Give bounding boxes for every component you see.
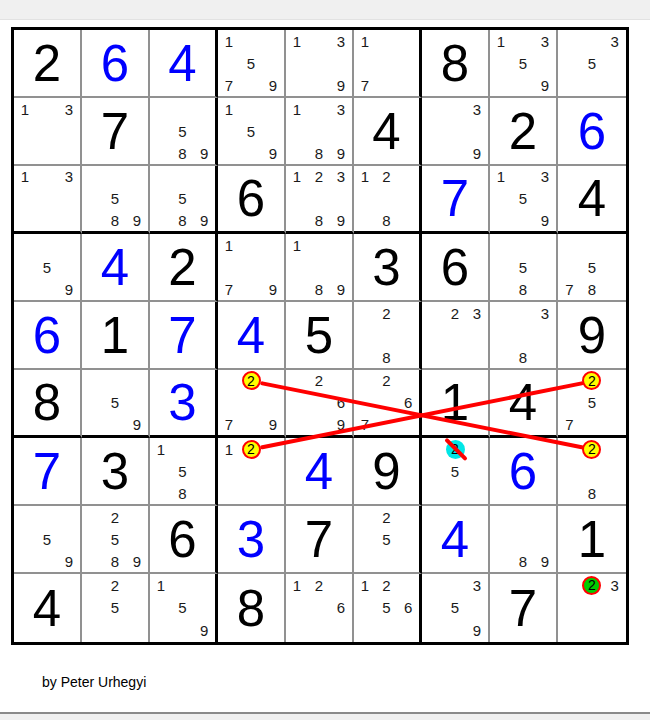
cell-r5c2[interactable]: 1 — [82, 302, 150, 370]
candidate-empty — [36, 120, 58, 142]
candidate-empty — [308, 98, 330, 120]
candidate-5: 5 — [172, 460, 194, 482]
candidate-empty — [330, 370, 352, 392]
candidate-empty — [330, 256, 352, 278]
solved-digit: 6 — [14, 302, 80, 368]
candidate-empty — [603, 370, 626, 392]
candidate-empty — [422, 142, 444, 164]
candidate-empty — [240, 30, 262, 52]
candidate-1: 1 — [218, 234, 240, 256]
candidate-2: 2 — [444, 302, 466, 324]
cell-r4c6[interactable]: 3 — [354, 234, 422, 302]
pencil-marks: 179 — [218, 234, 284, 300]
candidate-empty — [262, 234, 284, 256]
solved-digit: 7 — [422, 166, 488, 231]
pencil-marks: 589 — [82, 166, 148, 231]
candidate-empty — [603, 392, 626, 414]
candidate-empty — [330, 574, 352, 597]
candidate-empty — [512, 74, 534, 96]
candidate-8: 8 — [172, 482, 194, 504]
candidate-empty — [330, 234, 352, 256]
candidate-empty — [422, 346, 444, 368]
cell-r8c2[interactable]: 2589 — [82, 506, 150, 574]
candidate-empty — [581, 597, 604, 620]
cell-r7c6[interactable]: 9 — [354, 438, 422, 506]
candidate-1: 1 — [286, 98, 308, 120]
candidate-2: 2 — [308, 166, 330, 188]
cell-r3c7[interactable]: 7 — [422, 166, 490, 234]
candidate-empty — [240, 142, 262, 164]
candidate-empty — [558, 574, 581, 597]
candidate-empty — [36, 142, 58, 164]
candidate-empty — [512, 506, 534, 528]
candidate-empty — [581, 619, 604, 642]
candidate-empty — [490, 324, 512, 346]
cell-r3c8[interactable]: 1359 — [490, 166, 558, 234]
pencil-marks: 25 — [422, 438, 488, 504]
candidate-empty — [581, 413, 604, 435]
cell-r5c3[interactable]: 7 — [150, 302, 218, 370]
candidate-empty — [262, 98, 284, 120]
cell-r6c7[interactable]: 1 — [422, 370, 490, 438]
pencil-marks: 158 — [150, 438, 215, 504]
candidate-empty — [240, 74, 262, 96]
cell-r6c9[interactable]: 257 — [558, 370, 626, 438]
cell-r4c1[interactable]: 59 — [14, 234, 82, 302]
cell-r1c4[interactable]: 1579 — [218, 30, 286, 98]
candidate-2: 2 — [104, 506, 126, 528]
candidate-empty — [14, 278, 36, 300]
candidate-empty — [397, 550, 419, 572]
candidate-8: 8 — [512, 346, 534, 368]
candidate-empty — [603, 619, 626, 642]
candidate-5: 5 — [36, 256, 58, 278]
cell-r1c3[interactable]: 4 — [150, 30, 218, 98]
candidate-9: 9 — [330, 142, 352, 164]
cell-r6c6[interactable]: 267 — [354, 370, 422, 438]
candidate-empty — [512, 302, 534, 324]
pencil-marks: 1256 — [354, 574, 419, 642]
candidate-empty — [286, 256, 308, 278]
candidate-5: 5 — [444, 460, 466, 482]
cell-r7c5[interactable]: 4 — [286, 438, 354, 506]
candidate-5: 5 — [376, 597, 398, 620]
candidate-empty — [150, 619, 172, 642]
candidate-9: 9 — [193, 142, 215, 164]
candidate-empty — [490, 74, 512, 96]
cell-r3c4[interactable]: 6 — [218, 166, 286, 234]
cell-r6c8[interactable]: 4 — [490, 370, 558, 438]
cell-r7c9[interactable]: 28 — [558, 438, 626, 506]
cell-r8c6[interactable]: 25 — [354, 506, 422, 574]
cell-r7c8[interactable]: 6 — [490, 438, 558, 506]
candidate-empty — [126, 574, 148, 597]
sudoku-app: 2641579139178135935137589159138943926135… — [0, 0, 650, 720]
candidate-7: 7 — [354, 74, 376, 96]
candidate-empty — [218, 460, 240, 482]
candidate-empty — [262, 120, 284, 142]
cell-r3c9[interactable]: 4 — [558, 166, 626, 234]
cell-r8c3[interactable]: 6 — [150, 506, 218, 574]
pencil-marks: 159 — [150, 574, 215, 642]
candidate-empty — [14, 209, 36, 231]
candidate-empty — [218, 120, 240, 142]
candidate-empty — [308, 619, 330, 642]
given-digit: 7 — [286, 506, 352, 572]
candidate-empty — [422, 482, 444, 504]
candidate-7: 7 — [218, 74, 240, 96]
candidate-empty — [603, 256, 626, 278]
candidate-empty — [558, 52, 581, 74]
candidate-empty — [422, 574, 444, 597]
candidate-empty — [240, 234, 262, 256]
candidate-empty — [512, 234, 534, 256]
candidate-empty — [512, 324, 534, 346]
candidate-empty — [466, 324, 488, 346]
candidate-empty — [58, 120, 80, 142]
candidate-empty — [308, 188, 330, 210]
candidate-empty — [36, 209, 58, 231]
candidate-empty — [104, 370, 126, 392]
candidate-8: 8 — [308, 209, 330, 231]
cell-r9c6[interactable]: 1256 — [354, 574, 422, 642]
candidate-empty — [376, 619, 398, 642]
cell-r6c5[interactable]: 269 — [286, 370, 354, 438]
cell-r4c4[interactable]: 179 — [218, 234, 286, 302]
candidate-empty — [558, 597, 581, 620]
cell-r1c7[interactable]: 8 — [422, 30, 490, 98]
candidate-empty — [218, 256, 240, 278]
cell-r2c6[interactable]: 4 — [354, 98, 422, 166]
cell-r3c1[interactable]: 13 — [14, 166, 82, 234]
candidate-7: 7 — [558, 278, 581, 300]
candidate-1: 1 — [286, 166, 308, 188]
cell-r2c2[interactable]: 7 — [82, 98, 150, 166]
candidate-8: 8 — [172, 142, 194, 164]
given-digit: 1 — [558, 506, 626, 572]
candidate-empty — [286, 278, 308, 300]
candidate-empty — [262, 482, 284, 504]
candidate-empty — [262, 438, 284, 460]
candidate-empty — [193, 120, 215, 142]
candidate-6: 6 — [397, 392, 419, 414]
cell-r9c7[interactable]: 359 — [422, 574, 490, 642]
cell-r9c1[interactable]: 4 — [14, 574, 82, 642]
candidate-empty — [14, 506, 36, 528]
candidate-empty — [330, 188, 352, 210]
candidate-8: 8 — [581, 482, 604, 504]
cell-r1c2[interactable]: 6 — [82, 30, 150, 98]
candidate-empty — [262, 256, 284, 278]
candidate-empty — [308, 120, 330, 142]
cell-r6c3[interactable]: 3 — [150, 370, 218, 438]
cell-r7c2[interactable]: 3 — [82, 438, 150, 506]
candidate-empty — [422, 619, 444, 642]
candidate-empty — [376, 413, 398, 435]
candidate-empty — [82, 370, 104, 392]
pencil-marks: 1389 — [286, 98, 352, 164]
candidate-empty — [376, 30, 398, 52]
cell-r4c5[interactable]: 189 — [286, 234, 354, 302]
pencil-marks: 13 — [14, 166, 80, 231]
candidate-empty — [603, 52, 626, 74]
cell-r1c9[interactable]: 35 — [558, 30, 626, 98]
pencil-marks: 257 — [558, 370, 626, 435]
cell-r4c9[interactable]: 578 — [558, 234, 626, 302]
cell-r1c8[interactable]: 1359 — [490, 30, 558, 98]
candidate-empty — [603, 74, 626, 96]
cell-r6c2[interactable]: 59 — [82, 370, 150, 438]
solved-digit: 4 — [82, 234, 148, 300]
candidate-empty — [397, 506, 419, 528]
candidate-3: 3 — [466, 574, 488, 597]
candidate-empty — [36, 188, 58, 210]
candidate-8: 8 — [376, 209, 398, 231]
given-digit: 7 — [82, 98, 148, 164]
candidate-9: 9 — [193, 209, 215, 231]
candidate-empty — [82, 597, 104, 620]
candidate-empty — [444, 142, 466, 164]
candidate-empty — [58, 256, 80, 278]
candidate-empty — [354, 324, 376, 346]
candidate-5: 5 — [376, 528, 398, 550]
cell-r1c6[interactable]: 17 — [354, 30, 422, 98]
candidate-empty — [512, 528, 534, 550]
candidate-empty — [286, 52, 308, 74]
solved-digit: 6 — [490, 438, 556, 504]
pencil-marks: 1359 — [490, 30, 556, 96]
candidate-5: 5 — [581, 52, 604, 74]
candidate-empty — [490, 188, 512, 210]
pencil-marks: 39 — [422, 98, 488, 164]
candidate-empty — [36, 506, 58, 528]
candidate-5: 5 — [104, 528, 126, 550]
candidate-empty — [126, 188, 148, 210]
cell-r5c4[interactable]: 4 — [218, 302, 286, 370]
candidate-empty — [58, 234, 80, 256]
candidate-5: 5 — [104, 392, 126, 414]
cell-r8c1[interactable]: 59 — [14, 506, 82, 574]
candidate-empty — [558, 619, 581, 642]
candidate-empty — [534, 278, 556, 300]
candidate-empty — [126, 597, 148, 620]
candidate-empty — [397, 619, 419, 642]
candidate-empty — [308, 597, 330, 620]
pencil-marks: 28 — [558, 438, 626, 504]
candidate-9: 9 — [534, 209, 556, 231]
candidate-2: 2 — [376, 166, 398, 188]
cell-r2c5[interactable]: 1389 — [286, 98, 354, 166]
candidate-empty — [286, 619, 308, 642]
cell-r6c4[interactable]: 279 — [218, 370, 286, 438]
pencil-marks: 58 — [490, 234, 556, 300]
candidate-empty — [308, 413, 330, 435]
candidate-3: 3 — [330, 166, 352, 188]
pencil-marks: 59 — [14, 234, 80, 300]
cell-r8c7[interactable]: 4 — [422, 506, 490, 574]
candidate-empty — [490, 550, 512, 572]
cell-r7c1[interactable]: 7 — [14, 438, 82, 506]
pencil-marks: 89 — [490, 506, 556, 572]
candidate-empty — [126, 392, 148, 414]
pencil-marks: 589 — [150, 98, 215, 164]
candidate-empty — [512, 30, 534, 52]
candidate-5: 5 — [512, 188, 534, 210]
cell-r5c7[interactable]: 23 — [422, 302, 490, 370]
cell-r5c1[interactable]: 6 — [14, 302, 82, 370]
cell-r7c4[interactable]: 12 — [218, 438, 286, 506]
candidate-empty — [422, 98, 444, 120]
cell-r8c9[interactable]: 1 — [558, 506, 626, 574]
cell-r5c6[interactable]: 28 — [354, 302, 422, 370]
cell-r3c2[interactable]: 589 — [82, 166, 150, 234]
cell-r5c5[interactable]: 5 — [286, 302, 354, 370]
candidate-empty — [82, 166, 104, 188]
candidate-2: 2 — [308, 574, 330, 597]
candidate-empty — [397, 574, 419, 597]
candidate-empty — [262, 460, 284, 482]
bottom-bar — [0, 712, 650, 720]
candidate-empty — [262, 52, 284, 74]
cell-r9c9[interactable]: 23 — [558, 574, 626, 642]
solved-digit: 6 — [82, 30, 148, 96]
candidate-empty — [286, 392, 308, 414]
candidate-empty — [82, 392, 104, 414]
candidate-8: 8 — [104, 209, 126, 231]
cell-r4c2[interactable]: 4 — [82, 234, 150, 302]
cell-r2c9[interactable]: 6 — [558, 98, 626, 166]
cell-r9c2[interactable]: 25 — [82, 574, 150, 642]
candidate-empty — [603, 460, 626, 482]
cell-r6c1[interactable]: 8 — [14, 370, 82, 438]
cell-r3c5[interactable]: 12389 — [286, 166, 354, 234]
candidate-3: 3 — [466, 98, 488, 120]
candidate-empty — [36, 550, 58, 572]
candidate-empty — [172, 619, 194, 642]
cell-r2c1[interactable]: 13 — [14, 98, 82, 166]
candidate-empty — [558, 392, 581, 414]
candidate-1: 1 — [218, 30, 240, 52]
cell-r5c9[interactable]: 9 — [558, 302, 626, 370]
cell-r2c4[interactable]: 159 — [218, 98, 286, 166]
candidate-empty — [603, 413, 626, 435]
pencil-marks: 23 — [558, 574, 626, 642]
candidate-empty — [14, 120, 36, 142]
candidate-empty — [444, 120, 466, 142]
candidate-empty — [218, 370, 240, 392]
pencil-marks: 59 — [14, 506, 80, 572]
candidate-empty — [397, 166, 419, 188]
cell-r8c8[interactable]: 89 — [490, 506, 558, 574]
cell-r9c5[interactable]: 126 — [286, 574, 354, 642]
candidate-empty — [286, 597, 308, 620]
candidate-empty — [286, 370, 308, 392]
candidate-empty — [150, 597, 172, 620]
candidate-empty — [534, 52, 556, 74]
candidate-empty — [240, 256, 262, 278]
cell-r2c3[interactable]: 589 — [150, 98, 218, 166]
pencil-marks: 2589 — [82, 506, 148, 572]
pencil-marks: 279 — [218, 370, 284, 435]
candidate-empty — [150, 120, 172, 142]
cell-r7c3[interactable]: 158 — [150, 438, 218, 506]
cell-r8c4[interactable]: 3 — [218, 506, 286, 574]
cell-r1c5[interactable]: 139 — [286, 30, 354, 98]
given-digit: 5 — [286, 302, 352, 368]
candidate-empty — [422, 324, 444, 346]
candidate-empty — [218, 482, 240, 504]
solved-digit: 4 — [218, 302, 284, 368]
cell-r7c7[interactable]: 25 — [422, 438, 490, 506]
candidate-empty — [240, 460, 262, 482]
candidate-9: 9 — [262, 74, 284, 96]
candidate-9: 9 — [534, 74, 556, 96]
candidate-7: 7 — [218, 413, 240, 435]
candidate-2: 2 — [308, 370, 330, 392]
cell-r3c6[interactable]: 128 — [354, 166, 422, 234]
candidate-empty — [581, 234, 604, 256]
candidate-9: 9 — [330, 74, 352, 96]
candidate-empty — [126, 506, 148, 528]
candidate-empty — [397, 528, 419, 550]
candidate-empty — [286, 120, 308, 142]
candidate-3: 3 — [603, 574, 626, 597]
candidate-empty — [534, 346, 556, 368]
candidate-8: 8 — [376, 346, 398, 368]
candidate-empty — [104, 619, 126, 642]
given-digit: 1 — [82, 302, 148, 368]
cell-r9c4[interactable]: 8 — [218, 574, 286, 642]
candidate-empty — [558, 74, 581, 96]
cell-r3c3[interactable]: 589 — [150, 166, 218, 234]
cell-r9c8[interactable]: 7 — [490, 574, 558, 642]
candidate-empty — [558, 482, 581, 504]
candidate-empty — [397, 188, 419, 210]
cell-r1c1[interactable]: 2 — [14, 30, 82, 98]
candidate-empty — [286, 188, 308, 210]
candidate-empty — [308, 256, 330, 278]
candidate-empty — [422, 120, 444, 142]
candidate-3: 3 — [534, 302, 556, 324]
given-digit: 6 — [422, 234, 488, 300]
candidate-empty — [82, 619, 104, 642]
candidate-empty — [534, 324, 556, 346]
pencil-marks: 589 — [150, 166, 215, 231]
cell-r4c8[interactable]: 58 — [490, 234, 558, 302]
given-digit: 8 — [14, 370, 80, 435]
solved-digit: 3 — [218, 506, 284, 572]
cell-r4c3[interactable]: 2 — [150, 234, 218, 302]
candidate-empty — [126, 528, 148, 550]
candidate-empty — [330, 120, 352, 142]
cell-r5c8[interactable]: 38 — [490, 302, 558, 370]
candidate-empty — [286, 413, 308, 435]
candidate-empty — [286, 74, 308, 96]
given-digit: 1 — [422, 370, 488, 435]
candidate-empty — [150, 188, 172, 210]
cell-r9c3[interactable]: 159 — [150, 574, 218, 642]
candidate-empty — [150, 209, 172, 231]
solved-digit: 7 — [14, 438, 80, 504]
cell-r8c5[interactable]: 7 — [286, 506, 354, 574]
cell-r4c7[interactable]: 6 — [422, 234, 490, 302]
solved-digit: 3 — [150, 370, 215, 435]
candidate-empty — [193, 482, 215, 504]
candidate-empty — [397, 346, 419, 368]
cell-r2c8[interactable]: 2 — [490, 98, 558, 166]
candidate-1: 1 — [218, 98, 240, 120]
cell-r2c7[interactable]: 39 — [422, 98, 490, 166]
